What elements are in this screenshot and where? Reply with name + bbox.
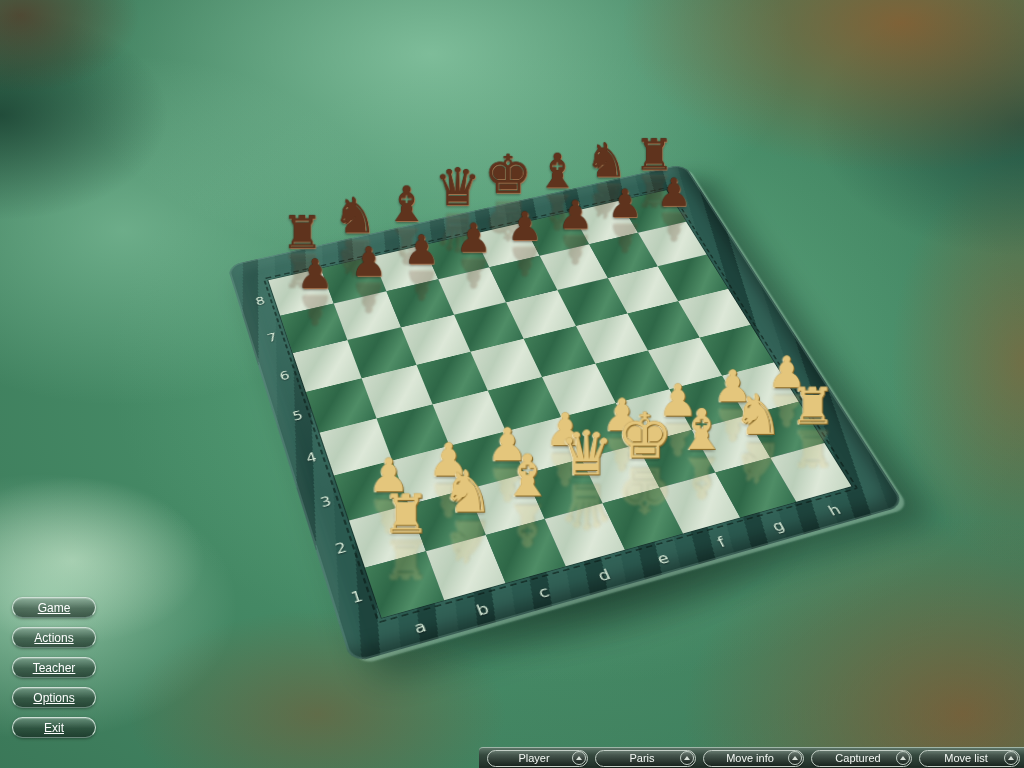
file-label-g: g: [764, 515, 793, 536]
panel-move-info-label: Move info: [704, 752, 788, 764]
panel-paris-expand-button[interactable]: [680, 751, 694, 765]
up-arrow-icon: [576, 756, 582, 760]
panel-player-expand-button[interactable]: [572, 751, 586, 765]
panel-move-info[interactable]: Move info: [703, 750, 804, 767]
menu-button-teacher[interactable]: Teacher: [12, 657, 96, 678]
up-arrow-icon: [900, 756, 906, 760]
panel-move-info-expand-button[interactable]: [788, 751, 802, 765]
piece-reflection: ♜: [365, 533, 446, 587]
game-screen: { "game": "chess", "window": {"width": 1…: [0, 0, 1024, 768]
file-label-f: f: [707, 531, 736, 552]
panel-player-label: Player: [488, 752, 572, 764]
panel-paris-label: Paris: [596, 752, 680, 764]
panel-move-list-expand-button[interactable]: [1004, 751, 1018, 765]
menu-button-exit[interactable]: Exit: [12, 717, 96, 738]
board-scene: ♜♜♞♞♝♝♛♛♚♚♝♝♞♞♜♜♟♟♟♟♟♟♟♟♟♟♟♟♟♟♟♟♟♟♟♟♟♟♟♟…: [0, 0, 1024, 768]
rank-label-7: 7: [261, 330, 284, 346]
menu-button-options[interactable]: Options: [12, 687, 96, 708]
file-label-h: h: [820, 500, 849, 521]
panel-captured[interactable]: Captured: [811, 750, 912, 767]
panel-move-list[interactable]: Move list: [919, 750, 1020, 767]
file-label-c: c: [530, 581, 558, 604]
bottom-panel-bar: Player Paris Move info Captured Move lis…: [479, 747, 1024, 768]
file-label-e: e: [649, 548, 678, 570]
file-label-a: a: [406, 615, 434, 638]
rank-label-6: 6: [273, 368, 297, 385]
up-arrow-icon: [1008, 756, 1014, 760]
panel-captured-expand-button[interactable]: [896, 751, 910, 765]
up-arrow-icon: [684, 756, 690, 760]
menu-button-game[interactable]: Game: [12, 597, 96, 618]
file-label-d: d: [590, 564, 618, 586]
panel-paris[interactable]: Paris: [595, 750, 696, 767]
menu-button-actions[interactable]: Actions: [12, 627, 96, 648]
file-label-b: b: [468, 598, 496, 621]
panel-player[interactable]: Player: [487, 750, 588, 767]
main-menu: Game Actions Teacher Options Exit: [12, 597, 96, 738]
panel-captured-label: Captured: [812, 752, 896, 764]
rank-label-8: 8: [249, 294, 271, 310]
piece-white-rook[interactable]: ♜♜: [365, 487, 446, 588]
piece-black-pawn[interactable]: ♟♟: [280, 254, 350, 330]
panel-move-list-label: Move list: [920, 752, 1004, 764]
up-arrow-icon: [792, 756, 798, 760]
piece-reflection: ♟: [280, 290, 350, 331]
